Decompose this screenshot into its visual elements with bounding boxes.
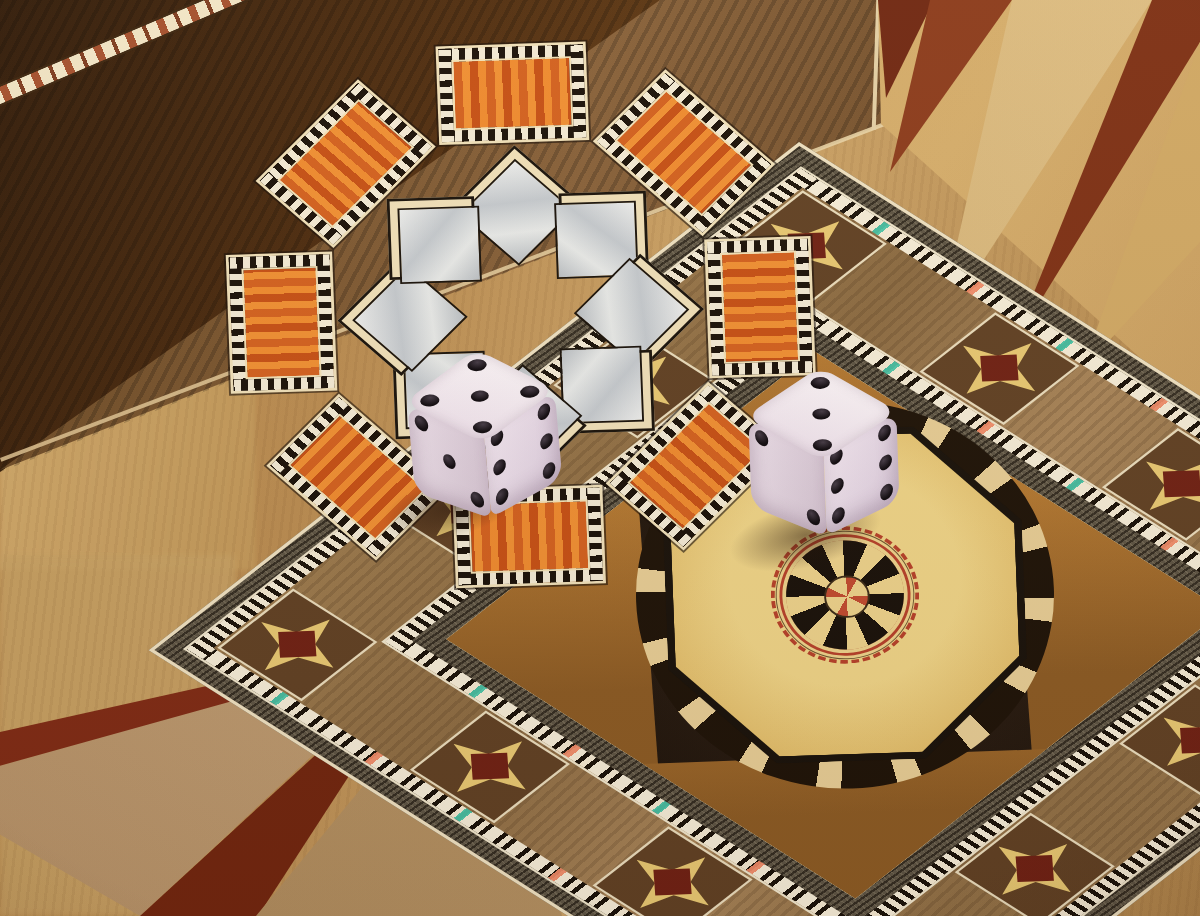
die-pip bbox=[755, 429, 768, 449]
die-pip bbox=[464, 357, 490, 373]
die-pip bbox=[537, 401, 550, 423]
die-pip bbox=[879, 452, 892, 473]
die-pip bbox=[467, 388, 493, 404]
die-pip bbox=[807, 507, 820, 527]
die-pip bbox=[880, 481, 893, 502]
die-pip bbox=[496, 485, 509, 507]
die-pip bbox=[807, 375, 833, 391]
backgammon-board-photo bbox=[0, 0, 1200, 916]
die-pip bbox=[832, 504, 845, 525]
die-pip bbox=[493, 456, 506, 478]
die-pip bbox=[414, 414, 428, 433]
orange-inlay-tile bbox=[438, 44, 586, 142]
die-pip bbox=[470, 419, 496, 435]
die-pip bbox=[542, 459, 555, 481]
die-pip bbox=[878, 423, 891, 444]
orange-inlay-tile bbox=[707, 239, 813, 376]
die-pip bbox=[442, 452, 456, 471]
orange-inlay-tile bbox=[229, 254, 335, 391]
die-pip bbox=[417, 393, 443, 409]
die-pip bbox=[808, 406, 834, 422]
die-pip bbox=[470, 489, 484, 508]
die-pip bbox=[517, 384, 543, 400]
die-left bbox=[392, 349, 577, 539]
die-pip bbox=[540, 430, 553, 452]
mother-of-pearl-tile bbox=[387, 196, 477, 280]
die-pip bbox=[831, 475, 844, 496]
die-right bbox=[735, 371, 911, 553]
die-pip bbox=[809, 437, 835, 453]
